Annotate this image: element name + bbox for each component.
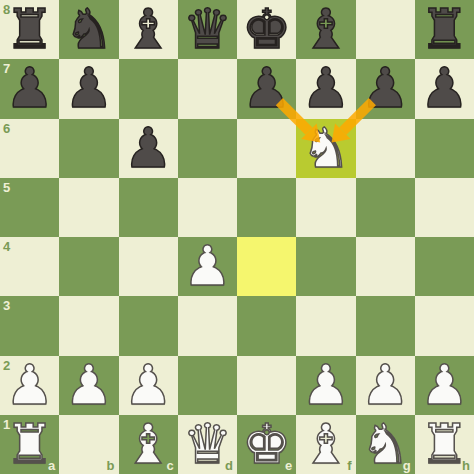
piece-black-n-b8[interactable]: ♞ xyxy=(64,0,113,59)
piece-white-b-c1[interactable]: ♝ xyxy=(123,415,172,474)
square-d2[interactable] xyxy=(178,356,237,415)
piece-black-b-f8[interactable]: ♝ xyxy=(301,0,350,59)
piece-black-p-g7[interactable]: ♟ xyxy=(360,59,409,118)
square-d3[interactable] xyxy=(178,296,237,355)
square-e4[interactable] xyxy=(237,237,296,296)
square-e1[interactable]: e♚ xyxy=(237,415,296,474)
square-e3[interactable] xyxy=(237,296,296,355)
square-f1[interactable]: f♝ xyxy=(296,415,355,474)
piece-black-r-a8[interactable]: ♜ xyxy=(5,0,54,59)
piece-white-p-h2[interactable]: ♟ xyxy=(420,356,469,415)
square-a7[interactable]: 7♟ xyxy=(0,59,59,118)
file-label-c: c xyxy=(167,459,174,472)
piece-black-p-e7[interactable]: ♟ xyxy=(242,59,291,118)
square-a6[interactable]: 6 xyxy=(0,119,59,178)
rank-label-8: 8 xyxy=(3,3,10,16)
square-b2[interactable]: ♟ xyxy=(59,356,118,415)
piece-white-b-f1[interactable]: ♝ xyxy=(301,415,350,474)
square-c5[interactable] xyxy=(119,178,178,237)
square-h3[interactable] xyxy=(415,296,474,355)
file-label-a: a xyxy=(48,459,55,472)
square-g3[interactable] xyxy=(356,296,415,355)
square-e8[interactable]: ♚ xyxy=(237,0,296,59)
square-f3[interactable] xyxy=(296,296,355,355)
square-a5[interactable]: 5 xyxy=(0,178,59,237)
piece-black-q-d8[interactable]: ♛ xyxy=(183,0,232,59)
square-b4[interactable] xyxy=(59,237,118,296)
square-a1[interactable]: 1a♜ xyxy=(0,415,59,474)
piece-white-k-e1[interactable]: ♚ xyxy=(242,415,291,474)
square-c3[interactable] xyxy=(119,296,178,355)
square-b5[interactable] xyxy=(59,178,118,237)
square-e6[interactable] xyxy=(237,119,296,178)
rank-label-2: 2 xyxy=(3,359,10,372)
square-c7[interactable] xyxy=(119,59,178,118)
square-d7[interactable] xyxy=(178,59,237,118)
file-label-h: h xyxy=(462,459,470,472)
square-h8[interactable]: ♜ xyxy=(415,0,474,59)
square-c6[interactable]: ♟ xyxy=(119,119,178,178)
square-d5[interactable] xyxy=(178,178,237,237)
chess-board-wrapper: 8♜♞♝♛♚♝♜7♟♟♟♟♟♟6♟♞54♟32♟♟♟♟♟♟1a♜bc♝d♛e♚f… xyxy=(0,0,474,474)
square-c4[interactable] xyxy=(119,237,178,296)
square-e7[interactable]: ♟ xyxy=(237,59,296,118)
piece-black-p-a7[interactable]: ♟ xyxy=(5,59,54,118)
piece-white-p-b2[interactable]: ♟ xyxy=(64,356,113,415)
piece-white-p-a2[interactable]: ♟ xyxy=(5,356,54,415)
square-d1[interactable]: d♛ xyxy=(178,415,237,474)
rank-label-4: 4 xyxy=(3,240,10,253)
rank-label-3: 3 xyxy=(3,299,10,312)
square-f4[interactable] xyxy=(296,237,355,296)
rank-label-7: 7 xyxy=(3,62,10,75)
square-g1[interactable]: g♞ xyxy=(356,415,415,474)
piece-black-k-e8[interactable]: ♚ xyxy=(242,0,291,59)
rank-label-6: 6 xyxy=(3,122,10,135)
square-h5[interactable] xyxy=(415,178,474,237)
piece-white-p-c2[interactable]: ♟ xyxy=(123,356,172,415)
piece-white-p-f2[interactable]: ♟ xyxy=(301,356,350,415)
square-b6[interactable] xyxy=(59,119,118,178)
square-g4[interactable] xyxy=(356,237,415,296)
file-label-b: b xyxy=(107,459,115,472)
file-label-g: g xyxy=(403,459,411,472)
chess-board: 8♜♞♝♛♚♝♜7♟♟♟♟♟♟6♟♞54♟32♟♟♟♟♟♟1a♜bc♝d♛e♚f… xyxy=(0,0,474,474)
square-d8[interactable]: ♛ xyxy=(178,0,237,59)
square-a8[interactable]: 8♜ xyxy=(0,0,59,59)
square-g6[interactable] xyxy=(356,119,415,178)
square-h1[interactable]: h♜ xyxy=(415,415,474,474)
piece-white-n-f6[interactable]: ♞ xyxy=(301,119,350,178)
square-f2[interactable]: ♟ xyxy=(296,356,355,415)
square-g7[interactable]: ♟ xyxy=(356,59,415,118)
square-a4[interactable]: 4 xyxy=(0,237,59,296)
piece-black-r-h8[interactable]: ♜ xyxy=(420,0,469,59)
square-c8[interactable]: ♝ xyxy=(119,0,178,59)
square-h2[interactable]: ♟ xyxy=(415,356,474,415)
square-c2[interactable]: ♟ xyxy=(119,356,178,415)
square-b7[interactable]: ♟ xyxy=(59,59,118,118)
square-f8[interactable]: ♝ xyxy=(296,0,355,59)
rank-label-5: 5 xyxy=(3,181,10,194)
square-c1[interactable]: c♝ xyxy=(119,415,178,474)
piece-white-p-d4[interactable]: ♟ xyxy=(183,237,232,296)
square-h7[interactable]: ♟ xyxy=(415,59,474,118)
square-b3[interactable] xyxy=(59,296,118,355)
square-e5[interactable] xyxy=(237,178,296,237)
file-label-f: f xyxy=(347,459,351,472)
piece-black-b-c8[interactable]: ♝ xyxy=(123,0,172,59)
file-label-e: e xyxy=(285,459,292,472)
square-g5[interactable] xyxy=(356,178,415,237)
piece-black-p-f7[interactable]: ♟ xyxy=(301,59,350,118)
square-e2[interactable] xyxy=(237,356,296,415)
square-g2[interactable]: ♟ xyxy=(356,356,415,415)
piece-white-p-g2[interactable]: ♟ xyxy=(360,356,409,415)
square-d6[interactable] xyxy=(178,119,237,178)
piece-white-r-a1[interactable]: ♜ xyxy=(5,415,54,474)
square-b1[interactable]: b xyxy=(59,415,118,474)
square-a3[interactable]: 3 xyxy=(0,296,59,355)
square-g8[interactable] xyxy=(356,0,415,59)
square-f7[interactable]: ♟ xyxy=(296,59,355,118)
square-h4[interactable] xyxy=(415,237,474,296)
piece-black-p-b7[interactable]: ♟ xyxy=(64,59,113,118)
square-f6[interactable]: ♞ xyxy=(296,119,355,178)
square-h6[interactable] xyxy=(415,119,474,178)
square-a2[interactable]: 2♟ xyxy=(0,356,59,415)
file-label-d: d xyxy=(225,459,233,472)
piece-black-p-c6[interactable]: ♟ xyxy=(123,119,172,178)
rank-label-1: 1 xyxy=(3,418,10,431)
square-f5[interactable] xyxy=(296,178,355,237)
square-d4[interactable]: ♟ xyxy=(178,237,237,296)
piece-black-p-h7[interactable]: ♟ xyxy=(420,59,469,118)
square-b8[interactable]: ♞ xyxy=(59,0,118,59)
